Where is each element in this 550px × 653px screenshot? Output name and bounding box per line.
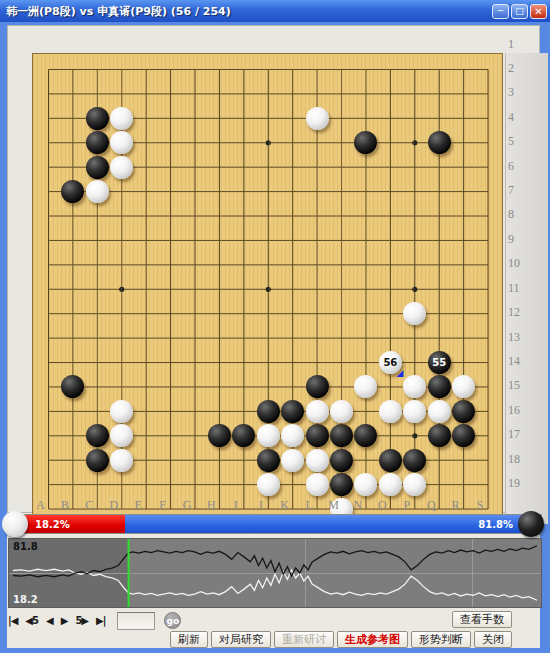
row-label-11: 11 [508, 281, 520, 296]
nav-last-button[interactable]: ▶| [96, 615, 105, 626]
nav-back5-button[interactable]: ◀5 [25, 615, 38, 626]
go-button[interactable]: go [164, 612, 181, 629]
column-label-L: L [305, 498, 312, 513]
column-label-D: D [109, 498, 118, 513]
column-label-O: O [378, 498, 387, 513]
column-label-G: G [183, 498, 192, 513]
black-stone-C17 [86, 449, 109, 472]
column-label-C: C [85, 498, 93, 513]
black-winrate-value: 81.8% [478, 519, 513, 530]
black-stone-C16 [86, 424, 109, 447]
black-stone-O17 [379, 449, 402, 472]
black-stone-P17 [403, 449, 426, 472]
white-stone-C6 [86, 180, 109, 203]
column-label-H: H [207, 498, 216, 513]
current-move-line [128, 539, 130, 607]
row-label-19: 19 [508, 476, 520, 491]
black-stone-M17 [330, 449, 353, 472]
row-label-9: 9 [508, 232, 514, 247]
move-number-input[interactable] [117, 612, 155, 630]
white-stone-O15 [379, 400, 402, 423]
row-label-2: 2 [508, 61, 514, 76]
black-stone-R15 [452, 400, 475, 423]
black-stone-L14 [306, 375, 329, 398]
white-stone-L15 [306, 400, 329, 423]
black-stone-K15 [281, 400, 304, 423]
row-label-3: 3 [508, 85, 514, 100]
maximize-button[interactable]: □ [511, 4, 528, 19]
move-number-label: 56 [383, 358, 397, 368]
winrate-bar: 18.2% 81.8% [8, 514, 542, 534]
white-stone-L3 [306, 107, 329, 130]
view-moves-button[interactable]: 查看手数 [452, 611, 512, 628]
column-label-N: N [354, 498, 363, 513]
column-label-K: K [280, 498, 289, 513]
board-panel: 5556◢ ABCDEFGHIJKLMNOPQRS 12345678910111… [7, 25, 540, 513]
close-dialog-button[interactable]: 关闭 [474, 631, 512, 648]
column-label-J: J [258, 498, 263, 513]
last-move-marker-icon: ◢ [396, 369, 403, 378]
white-stone-J18 [257, 473, 280, 496]
minimize-button[interactable]: ─ [492, 4, 509, 19]
white-stone-J16 [257, 424, 280, 447]
game-study-button[interactable]: 对局研究 [211, 631, 271, 648]
column-label-S: S [477, 498, 484, 513]
row-label-14: 14 [508, 354, 520, 369]
row-label-10: 10 [508, 256, 520, 271]
row-label-4: 4 [508, 110, 514, 125]
graph-black-winrate-label: 81.8 [13, 541, 38, 552]
black-stone-J15 [257, 400, 280, 423]
row-label-16: 16 [508, 403, 520, 418]
white-stone-D17 [110, 449, 133, 472]
refresh-button[interactable]: 刷新 [170, 631, 208, 648]
row-label-6: 6 [508, 159, 514, 174]
position-judge-button[interactable]: 形势判断 [411, 631, 471, 648]
black-stone-L16 [306, 424, 329, 447]
row-label-5: 5 [508, 134, 514, 149]
black-stone-C4 [86, 131, 109, 154]
generate-reference-button[interactable]: 生成参考图 [337, 631, 408, 648]
column-label-A: A [36, 498, 45, 513]
application-window: 韩一洲(P8段) vs 申真谞(P9段) (56 / 254) ─ □ ✕ 55… [0, 0, 550, 653]
graph-white-winrate-label: 18.2 [13, 594, 38, 605]
row-label-8: 8 [508, 207, 514, 222]
close-icon[interactable]: ✕ [530, 4, 547, 19]
nav-back-button[interactable]: ◀ [46, 615, 53, 626]
white-stone-L18 [306, 473, 329, 496]
white-stone-L17 [306, 449, 329, 472]
black-stone-J17 [257, 449, 280, 472]
column-label-Q: Q [427, 498, 436, 513]
row-label-17: 17 [508, 427, 520, 442]
navigation-toolbar: |◀◀5◀▶5▶▶| go 查看手数 [8, 611, 542, 630]
white-stone-Q15 [428, 400, 451, 423]
column-label-E: E [135, 498, 142, 513]
white-player-stone-icon [2, 511, 28, 537]
white-stone-D15 [110, 400, 133, 423]
white-stone-D5 [110, 156, 133, 179]
white-stone-D3 [110, 107, 133, 130]
black-stone-C5 [86, 156, 109, 179]
row-label-1: 1 [508, 37, 514, 52]
window-title: 韩一洲(P8段) vs 申真谞(P9段) (56 / 254) [6, 4, 492, 19]
row-label-18: 18 [508, 452, 520, 467]
title-bar[interactable]: 韩一洲(P8段) vs 申真谞(P9段) (56 / 254) ─ □ ✕ [0, 0, 550, 22]
go-board[interactable]: 5556◢ [32, 53, 503, 524]
black-player-stone-icon [518, 511, 544, 537]
black-stone-Q13: 55 [428, 351, 451, 374]
black-stone-C3 [86, 107, 109, 130]
move-number-label: 55 [432, 358, 446, 368]
restudy-button[interactable]: 重新研讨 [274, 631, 334, 648]
column-label-F: F [159, 498, 166, 513]
black-stone-M18 [330, 473, 353, 496]
row-label-13: 13 [508, 330, 520, 345]
winrate-graph[interactable]: 81.8 18.2 [8, 538, 542, 608]
row-label-12: 12 [508, 305, 520, 320]
black-stone-Q16 [428, 424, 451, 447]
column-label-R: R [452, 498, 460, 513]
white-stone-O18 [379, 473, 402, 496]
nav-forward-button[interactable]: ▶ [61, 615, 68, 626]
column-label-B: B [61, 498, 69, 513]
white-winrate-value: 18.2% [35, 519, 70, 530]
black-stone-Q4 [428, 131, 451, 154]
nav-forward5-button[interactable]: 5▶ [75, 615, 88, 626]
column-label-I: I [234, 498, 238, 513]
white-stone-M15 [330, 400, 353, 423]
action-button-row: 刷新 对局研究 重新研讨 生成参考图 形势判断 关闭 [8, 631, 512, 649]
nav-first-button[interactable]: |◀ [8, 615, 17, 626]
black-winrate-segment: 81.8% [125, 515, 541, 533]
column-label-M: M [328, 498, 339, 513]
window-border-left [0, 22, 7, 653]
white-stone-K17 [281, 449, 304, 472]
row-label-15: 15 [508, 378, 520, 393]
column-label-P: P [403, 498, 410, 513]
row-label-7: 7 [508, 183, 514, 198]
